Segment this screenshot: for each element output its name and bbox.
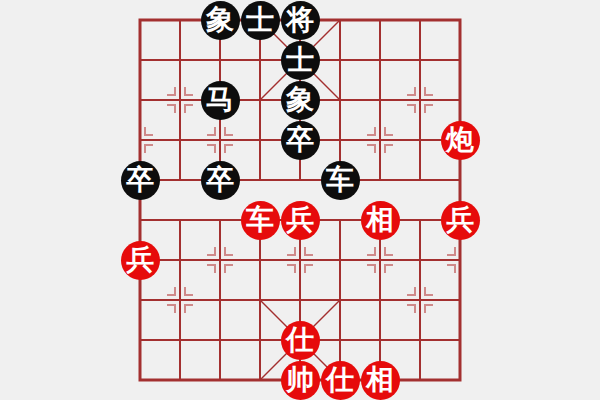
black-soldier[interactable]: 卒 bbox=[201, 161, 240, 200]
red-advisor[interactable]: 仕 bbox=[321, 361, 360, 400]
black-advisor[interactable]: 士 bbox=[281, 41, 320, 80]
xiangqi-board: 象士将士马象卒卒卒车炮车兵相兵兵仕帅仕相 bbox=[0, 0, 600, 400]
red-soldier[interactable]: 兵 bbox=[441, 201, 480, 240]
red-elephant[interactable]: 相 bbox=[361, 201, 400, 240]
black-soldier[interactable]: 卒 bbox=[121, 161, 160, 200]
pieces-layer: 象士将士马象卒卒卒车炮车兵相兵兵仕帅仕相 bbox=[0, 0, 600, 400]
black-chariot[interactable]: 车 bbox=[321, 161, 360, 200]
red-soldier[interactable]: 兵 bbox=[121, 241, 160, 280]
black-horse[interactable]: 马 bbox=[201, 81, 240, 120]
black-elephant[interactable]: 象 bbox=[281, 81, 320, 120]
red-general[interactable]: 帅 bbox=[281, 361, 320, 400]
black-elephant[interactable]: 象 bbox=[201, 1, 240, 40]
red-chariot[interactable]: 车 bbox=[241, 201, 280, 240]
red-cannon[interactable]: 炮 bbox=[441, 121, 480, 160]
black-soldier[interactable]: 卒 bbox=[281, 121, 320, 160]
black-general[interactable]: 将 bbox=[281, 1, 320, 40]
red-soldier[interactable]: 兵 bbox=[281, 201, 320, 240]
red-elephant[interactable]: 相 bbox=[361, 361, 400, 400]
red-advisor[interactable]: 仕 bbox=[281, 321, 320, 360]
black-advisor[interactable]: 士 bbox=[241, 1, 280, 40]
